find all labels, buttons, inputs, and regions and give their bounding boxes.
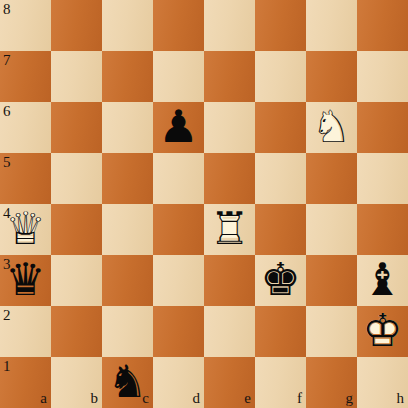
rank-label-2: 2 xyxy=(3,308,11,323)
square-c6[interactable] xyxy=(102,102,153,153)
square-h3[interactable]: ♝ xyxy=(357,255,408,306)
file-label-b: b xyxy=(91,391,99,406)
square-h6[interactable] xyxy=(357,102,408,153)
file-label-a: a xyxy=(40,391,47,406)
file-label-d: d xyxy=(193,391,201,406)
square-c8[interactable] xyxy=(102,0,153,51)
rank-label-3: 3 xyxy=(3,257,11,272)
square-g4[interactable] xyxy=(306,204,357,255)
square-h7[interactable] xyxy=(357,51,408,102)
square-a7[interactable]: 7 xyxy=(0,51,51,102)
square-e8[interactable] xyxy=(204,0,255,51)
piece-black-bishop[interactable]: ♝ xyxy=(357,255,408,306)
square-h2[interactable]: ♚♔ xyxy=(357,306,408,357)
rank-label-7: 7 xyxy=(3,53,11,68)
square-d2[interactable] xyxy=(153,306,204,357)
square-d1[interactable]: d xyxy=(153,357,204,408)
square-b3[interactable] xyxy=(51,255,102,306)
square-h5[interactable] xyxy=(357,153,408,204)
square-b6[interactable] xyxy=(51,102,102,153)
square-c4[interactable] xyxy=(102,204,153,255)
square-f2[interactable] xyxy=(255,306,306,357)
square-d3[interactable] xyxy=(153,255,204,306)
square-e1[interactable]: e xyxy=(204,357,255,408)
square-d5[interactable] xyxy=(153,153,204,204)
piece-white-king[interactable]: ♚♔ xyxy=(357,306,408,357)
piece-black-king[interactable]: ♚ xyxy=(255,255,306,306)
piece-white-rook[interactable]: ♜♖ xyxy=(204,204,255,255)
square-b2[interactable] xyxy=(51,306,102,357)
square-f3[interactable]: ♚ xyxy=(255,255,306,306)
black-king-glyph: ♚ xyxy=(255,257,306,302)
square-h1[interactable]: h xyxy=(357,357,408,408)
file-label-e: e xyxy=(244,391,251,406)
square-c5[interactable] xyxy=(102,153,153,204)
square-a1[interactable]: 1a xyxy=(0,357,51,408)
square-f5[interactable] xyxy=(255,153,306,204)
square-e5[interactable] xyxy=(204,153,255,204)
square-a4[interactable]: 4♛♕ xyxy=(0,204,51,255)
square-g8[interactable] xyxy=(306,0,357,51)
square-d8[interactable] xyxy=(153,0,204,51)
square-b4[interactable] xyxy=(51,204,102,255)
square-d7[interactable] xyxy=(153,51,204,102)
square-g2[interactable] xyxy=(306,306,357,357)
square-e7[interactable] xyxy=(204,51,255,102)
white-king-outline-glyph: ♔ xyxy=(357,308,408,353)
square-a2[interactable]: 2 xyxy=(0,306,51,357)
square-b1[interactable]: b xyxy=(51,357,102,408)
square-a3[interactable]: 3♛ xyxy=(0,255,51,306)
square-b7[interactable] xyxy=(51,51,102,102)
square-e3[interactable] xyxy=(204,255,255,306)
square-f8[interactable] xyxy=(255,0,306,51)
file-label-h: h xyxy=(397,391,405,406)
rank-label-4: 4 xyxy=(3,206,11,221)
file-label-f: f xyxy=(297,391,302,406)
white-rook-outline-glyph: ♖ xyxy=(204,206,255,251)
black-bishop-glyph: ♝ xyxy=(357,257,408,302)
square-b8[interactable] xyxy=(51,0,102,51)
piece-white-knight[interactable]: ♞♘ xyxy=(306,102,357,153)
square-a8[interactable]: 8 xyxy=(0,0,51,51)
rank-label-5: 5 xyxy=(3,155,11,170)
square-c7[interactable] xyxy=(102,51,153,102)
square-g1[interactable]: g xyxy=(306,357,357,408)
square-c3[interactable] xyxy=(102,255,153,306)
square-f4[interactable] xyxy=(255,204,306,255)
square-a5[interactable]: 5 xyxy=(0,153,51,204)
square-f6[interactable] xyxy=(255,102,306,153)
square-g5[interactable] xyxy=(306,153,357,204)
chess-board: 876♟♞♘54♛♕♜♖3♛♚♝2♚♔1abc♞defgh xyxy=(0,0,408,408)
square-e2[interactable] xyxy=(204,306,255,357)
square-a6[interactable]: 6 xyxy=(0,102,51,153)
file-label-g: g xyxy=(346,391,354,406)
rank-label-1: 1 xyxy=(3,359,11,374)
square-c1[interactable]: c♞ xyxy=(102,357,153,408)
rank-label-6: 6 xyxy=(3,104,11,119)
square-e6[interactable] xyxy=(204,102,255,153)
piece-black-pawn[interactable]: ♟ xyxy=(153,102,204,153)
square-g6[interactable]: ♞♘ xyxy=(306,102,357,153)
file-label-c: c xyxy=(142,391,149,406)
square-g7[interactable] xyxy=(306,51,357,102)
square-h4[interactable] xyxy=(357,204,408,255)
square-h8[interactable] xyxy=(357,0,408,51)
rank-label-8: 8 xyxy=(3,2,11,17)
square-c2[interactable] xyxy=(102,306,153,357)
square-f1[interactable]: f xyxy=(255,357,306,408)
square-f7[interactable] xyxy=(255,51,306,102)
white-knight-outline-glyph: ♘ xyxy=(306,104,357,149)
square-d6[interactable]: ♟ xyxy=(153,102,204,153)
square-g3[interactable] xyxy=(306,255,357,306)
square-b5[interactable] xyxy=(51,153,102,204)
square-d4[interactable] xyxy=(153,204,204,255)
black-pawn-glyph: ♟ xyxy=(153,104,204,149)
square-e4[interactable]: ♜♖ xyxy=(204,204,255,255)
